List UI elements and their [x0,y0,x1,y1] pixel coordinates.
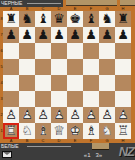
square-b4[interactable] [19,75,35,91]
square-a3[interactable] [3,91,19,107]
square-f4[interactable] [83,75,99,91]
square-h6[interactable] [115,43,131,59]
piece-black-queen: ♛ [51,11,67,27]
piece-white-pawn: ♟♙ [3,107,19,123]
piece-white-queen: ♛♕ [51,123,67,139]
chess-game-screen: ЧЕРНЫЕ ABCDEFGH 87654321 ♜♞♝♛♚♝♞♜♟♟♟♟♟♟♟… [0,0,135,160]
piece-black-pawn: ♟ [99,27,115,43]
square-h3[interactable] [115,91,131,107]
square-g5[interactable] [99,59,115,75]
square-d5[interactable] [51,59,67,75]
square-e3[interactable] [67,91,83,107]
square-f1[interactable]: ♝♗ [83,123,99,139]
piece-white-pawn: ♟♙ [115,107,131,123]
white-turn-label: БЕЛЫЕ [1,143,19,149]
square-e6[interactable] [67,43,83,59]
piece-white-rook: ♜♖ [3,123,19,139]
square-e7[interactable]: ♟ [67,27,83,43]
square-c2[interactable]: ♟♙ [35,107,51,123]
piece-black-rook: ♜ [115,11,131,27]
square-e1[interactable]: ♚♔ [67,123,83,139]
square-b1[interactable]: ♞♘ [19,123,35,139]
piece-black-knight: ♞ [99,11,115,27]
chess-board: ♜♞♝♛♚♝♞♜♟♟♟♟♟♟♟♟♟♙♟♙♟♙♟♙♟♙♟♙♟♙♟♙♜♖♞♘♝♗♛♕… [3,11,131,139]
envelope-message-icon[interactable] [2,151,12,158]
square-d7[interactable]: ♟ [51,27,67,43]
piece-black-pawn: ♟ [19,27,35,43]
square-e4[interactable] [67,75,83,91]
nav-back-key-hint[interactable]: «1 [84,152,91,158]
piece-white-king: ♚♔ [67,123,83,139]
piece-black-pawn: ♟ [83,27,99,43]
square-f5[interactable] [83,59,99,75]
square-a1[interactable]: ♜♖ [3,123,19,139]
square-h2[interactable]: ♟♙ [115,107,131,123]
square-a7[interactable]: ♟ [3,27,19,43]
square-d6[interactable] [51,43,67,59]
square-c1[interactable]: ♝♗ [35,123,51,139]
piece-white-pawn: ♟♙ [19,107,35,123]
square-e5[interactable] [67,59,83,75]
piece-black-bishop: ♝ [35,11,51,27]
square-c7[interactable]: ♟ [35,27,51,43]
square-h5[interactable] [115,59,131,75]
piece-black-king: ♚ [67,11,83,27]
nav-forward-key-hint[interactable]: 3» [96,152,103,158]
square-d2[interactable]: ♟♙ [51,107,67,123]
nz-logo: NZ [119,145,134,159]
square-f2[interactable]: ♟♙ [83,107,99,123]
square-f6[interactable] [83,43,99,59]
piece-white-bishop: ♝♗ [83,123,99,139]
piece-white-pawn: ♟♙ [83,107,99,123]
square-a2[interactable]: ♟♙ [3,107,19,123]
square-g6[interactable] [99,43,115,59]
square-a5[interactable] [3,59,19,75]
square-a4[interactable] [3,75,19,91]
piece-white-knight: ♞♘ [19,123,35,139]
piece-white-pawn: ♟♙ [67,107,83,123]
square-d3[interactable] [51,91,67,107]
piece-black-rook: ♜ [3,11,19,27]
center-tray [92,143,109,150]
piece-black-pawn: ♟ [115,27,131,43]
square-g2[interactable]: ♟♙ [99,107,115,123]
square-e2[interactable]: ♟♙ [67,107,83,123]
square-f7[interactable]: ♟ [83,27,99,43]
piece-white-pawn: ♟♙ [51,107,67,123]
square-c8[interactable]: ♝ [35,11,51,27]
square-h8[interactable]: ♜ [115,11,131,27]
bottom-status-bar: БЕЛЫЕ «13» NZ [0,143,135,160]
square-b2[interactable]: ♟♙ [19,107,35,123]
square-d1[interactable]: ♛♕ [51,123,67,139]
square-b3[interactable] [19,91,35,107]
move-navigation[interactable]: «13» [74,151,112,159]
square-c3[interactable] [35,91,51,107]
piece-white-knight: ♞♘ [99,123,115,139]
square-f3[interactable] [83,91,99,107]
square-g3[interactable] [99,91,115,107]
square-b6[interactable] [19,43,35,59]
square-c6[interactable] [35,43,51,59]
square-a8[interactable]: ♜ [3,11,19,27]
piece-white-bishop: ♝♗ [35,123,51,139]
square-h4[interactable] [115,75,131,91]
square-f8[interactable]: ♝ [83,11,99,27]
square-g8[interactable]: ♞ [99,11,115,27]
piece-black-pawn: ♟ [35,27,51,43]
square-g1[interactable]: ♞♘ [99,123,115,139]
square-a6[interactable] [3,43,19,59]
square-d8[interactable]: ♛ [51,11,67,27]
square-b5[interactable] [19,59,35,75]
piece-black-knight: ♞ [19,11,35,27]
square-h1[interactable]: ♜♖ [115,123,131,139]
piece-black-pawn: ♟ [3,27,19,43]
square-g4[interactable] [99,75,115,91]
top-divider-line [27,3,61,4]
bottom-divider-line [27,146,71,147]
square-g7[interactable]: ♟ [99,27,115,43]
square-b7[interactable]: ♟ [19,27,35,43]
square-c4[interactable] [35,75,51,91]
piece-white-pawn: ♟♙ [35,107,51,123]
piece-black-bishop: ♝ [83,11,99,27]
piece-black-pawn: ♟ [51,27,67,43]
square-h7[interactable]: ♟ [115,27,131,43]
square-e8[interactable]: ♚ [67,11,83,27]
piece-white-pawn: ♟♙ [99,107,115,123]
square-d4[interactable] [51,75,67,91]
square-c5[interactable] [35,59,51,75]
piece-white-rook: ♜♖ [115,123,131,139]
piece-black-pawn: ♟ [67,27,83,43]
square-b8[interactable]: ♞ [19,11,35,27]
